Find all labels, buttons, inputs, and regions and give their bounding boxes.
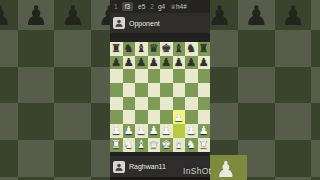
- bg-black-pawn-icon: ♟: [208, 2, 232, 29]
- square-e3[interactable]: [160, 110, 173, 124]
- square-b7[interactable]: ♟: [123, 56, 136, 70]
- bg-square: [54, 67, 91, 104]
- opponent-player-bar[interactable]: Opponent: [110, 13, 210, 33]
- square-a7[interactable]: ♟: [110, 56, 123, 70]
- bg-square: [311, 30, 320, 67]
- square-e2[interactable]: ♟: [160, 124, 173, 138]
- square-d8[interactable]: ♛: [148, 42, 161, 56]
- move-e5[interactable]: e5: [138, 3, 145, 10]
- black-pawn-a7[interactable]: ♟: [111, 57, 121, 68]
- bg-square: [311, 103, 320, 140]
- square-h1[interactable]: ♜: [198, 138, 211, 152]
- spacer: [110, 33, 210, 42]
- bottom-strip: [110, 177, 210, 180]
- bg-square: [0, 67, 18, 104]
- square-a6[interactable]: [110, 69, 123, 83]
- black-pawn-g7[interactable]: ♟: [186, 57, 196, 68]
- white-pawn-h2[interactable]: ♟: [199, 125, 209, 136]
- square-a5[interactable]: [110, 83, 123, 97]
- white-bishop-c1[interactable]: ♝: [136, 139, 146, 150]
- bg-square: [275, 140, 312, 177]
- square-c8[interactable]: ♝: [135, 42, 148, 56]
- bg-square: [311, 177, 320, 180]
- bg-square: [275, 103, 312, 140]
- bg-square: [18, 67, 55, 104]
- bg-highlight-square: ♟: [210, 155, 247, 180]
- bg-square: [18, 177, 55, 180]
- square-c5[interactable]: [135, 83, 148, 97]
- square-h8[interactable]: ♜: [198, 42, 211, 56]
- square-b6[interactable]: [123, 69, 136, 83]
- square-c1[interactable]: ♝: [135, 138, 148, 152]
- square-b8[interactable]: ♞: [123, 42, 136, 56]
- square-a2[interactable]: ♟: [110, 124, 123, 138]
- bg-square: [54, 140, 91, 177]
- square-h5[interactable]: [198, 83, 211, 97]
- square-c4[interactable]: [135, 97, 148, 111]
- square-f8[interactable]: ♝: [173, 42, 186, 56]
- person-icon: [115, 19, 123, 27]
- move-number-2: 2: [150, 3, 154, 10]
- square-g8[interactable]: ♞: [185, 42, 198, 56]
- bg-square: [311, 140, 320, 177]
- square-e7[interactable]: ♟: [160, 56, 173, 70]
- square-e5[interactable]: [160, 83, 173, 97]
- opponent-avatar-icon: [113, 17, 125, 29]
- opponent-name: Opponent: [129, 20, 160, 27]
- square-f3[interactable]: ♟: [173, 110, 186, 124]
- bg-square: [238, 30, 275, 67]
- square-c3[interactable]: [135, 110, 148, 124]
- move-number-1: 1: [114, 3, 118, 10]
- square-g7[interactable]: ♟: [185, 56, 198, 70]
- bg-square: ♟: [54, 0, 91, 30]
- square-b1[interactable]: ♞: [123, 138, 136, 152]
- black-king-e8[interactable]: ♚: [161, 43, 171, 54]
- square-b4[interactable]: [123, 97, 136, 111]
- square-d5[interactable]: [148, 83, 161, 97]
- bg-square: [311, 67, 320, 104]
- square-d2[interactable]: ♟: [148, 124, 161, 138]
- white-pawn-g2[interactable]: ♟: [186, 125, 196, 136]
- bg-black-pawn-icon: ♟: [0, 2, 12, 29]
- inshot-watermark: InShOt: [183, 166, 211, 176]
- black-rook-a8[interactable]: ♜: [111, 43, 121, 54]
- square-g1[interactable]: ♞: [185, 138, 198, 152]
- white-bishop-f1[interactable]: ♝: [174, 139, 184, 150]
- square-b5[interactable]: [123, 83, 136, 97]
- bg-black-pawn-icon: ♟: [24, 2, 48, 29]
- bg-square: [275, 67, 312, 104]
- square-b3[interactable]: [123, 110, 136, 124]
- black-rook-h8[interactable]: ♜: [199, 43, 209, 54]
- square-h2[interactable]: ♟: [198, 124, 211, 138]
- bg-square: ♟: [238, 0, 275, 30]
- chess-board: ♜♞♝♛♚♝♞♜♟♟♟♟♟♟♟♟♟♟♟♟♟♟♟♟♜♞♝♛♚♝♞♜: [110, 42, 210, 152]
- square-g2[interactable]: ♟: [185, 124, 198, 138]
- white-pawn-f3[interactable]: ♟: [174, 112, 184, 123]
- square-c6[interactable]: [135, 69, 148, 83]
- square-g5[interactable]: [185, 83, 198, 97]
- square-e1[interactable]: ♚: [160, 138, 173, 152]
- square-g3[interactable]: [185, 110, 198, 124]
- move-g4[interactable]: g4: [158, 3, 165, 10]
- white-pawn-a2[interactable]: ♟: [111, 125, 121, 136]
- black-queen-d8[interactable]: ♛: [149, 43, 159, 54]
- white-pawn-b2[interactable]: ♟: [124, 125, 134, 136]
- black-knight-b8[interactable]: ♞: [124, 43, 134, 54]
- bg-square: [0, 140, 18, 177]
- square-a1[interactable]: ♜: [110, 138, 123, 152]
- bg-square: [18, 103, 55, 140]
- square-f6[interactable]: [173, 69, 186, 83]
- black-bishop-c8[interactable]: ♝: [136, 43, 146, 54]
- white-knight-b1[interactable]: ♞: [124, 139, 134, 150]
- bg-square: [0, 103, 18, 140]
- square-e4[interactable]: [160, 97, 173, 111]
- square-d7[interactable]: ♟: [148, 56, 161, 70]
- move-f3[interactable]: f3: [122, 2, 133, 11]
- square-g4[interactable]: [185, 97, 198, 111]
- white-pawn-c2[interactable]: ♟: [136, 125, 146, 136]
- bg-square: [238, 67, 275, 104]
- bg-square: ♟: [275, 0, 312, 30]
- black-pawn-h7[interactable]: ♟: [199, 57, 209, 68]
- player-name: Raghwan11: [129, 163, 166, 170]
- square-e6[interactable]: [160, 69, 173, 83]
- bg-square: [18, 140, 55, 177]
- player-avatar-icon: [113, 161, 125, 173]
- square-c7[interactable]: ♟: [135, 56, 148, 70]
- square-a4[interactable]: [110, 97, 123, 111]
- square-h7[interactable]: ♟: [198, 56, 211, 70]
- bg-square: ♟: [18, 0, 55, 30]
- bg-black-pawn-icon: ♟: [61, 2, 85, 29]
- square-h6[interactable]: [198, 69, 211, 83]
- bg-white-pawn-icon: ♟: [216, 157, 236, 180]
- bg-square: ♟: [0, 0, 18, 30]
- black-pawn-f7[interactable]: ♟: [174, 57, 184, 68]
- square-h4[interactable]: [198, 97, 211, 111]
- square-d4[interactable]: [148, 97, 161, 111]
- white-king-e1[interactable]: ♚: [161, 139, 171, 150]
- square-c2[interactable]: ♟: [135, 124, 148, 138]
- square-f1[interactable]: ♝: [173, 138, 186, 152]
- bg-square: [275, 30, 312, 67]
- person-icon: [115, 163, 123, 171]
- white-pawn-d2[interactable]: ♟: [149, 125, 159, 136]
- square-f7[interactable]: ♟: [173, 56, 186, 70]
- bg-square: [0, 30, 18, 67]
- white-rook-h1[interactable]: ♜: [199, 139, 209, 150]
- white-queen-d1[interactable]: ♛: [149, 139, 159, 150]
- bg-square: [275, 177, 312, 180]
- bg-square: ♟: [311, 0, 320, 30]
- square-d1[interactable]: ♛: [148, 138, 161, 152]
- bg-square: [54, 30, 91, 67]
- square-f2[interactable]: [173, 124, 186, 138]
- bg-black-pawn-icon: ♟: [281, 2, 305, 29]
- black-pawn-b7[interactable]: ♟: [124, 57, 134, 68]
- bg-square: [238, 103, 275, 140]
- black-pawn-e7[interactable]: ♟: [161, 57, 171, 68]
- square-h3[interactable]: [198, 110, 211, 124]
- black-bishop-f8[interactable]: ♝: [174, 43, 184, 54]
- black-knight-g8[interactable]: ♞: [186, 43, 196, 54]
- bg-square: [0, 177, 18, 180]
- square-f4[interactable]: [173, 97, 186, 111]
- square-g6[interactable]: [185, 69, 198, 83]
- move-list-bar: 1f3e52g4♕h4#: [110, 0, 210, 13]
- bg-square: [18, 30, 55, 67]
- bg-square: [54, 103, 91, 140]
- black-pawn-c7[interactable]: ♟: [136, 57, 146, 68]
- bg-square: [54, 177, 91, 180]
- white-knight-g1[interactable]: ♞: [186, 139, 196, 150]
- black-pawn-d7[interactable]: ♟: [149, 57, 159, 68]
- square-b2[interactable]: ♟: [123, 124, 136, 138]
- move-♕h4#[interactable]: ♕h4#: [170, 3, 187, 10]
- bg-black-pawn-icon: ♟: [244, 2, 268, 29]
- white-rook-a1[interactable]: ♜: [111, 139, 121, 150]
- square-d6[interactable]: [148, 69, 161, 83]
- square-d3[interactable]: [148, 110, 161, 124]
- square-e8[interactable]: ♚: [160, 42, 173, 56]
- phone-screen: 1f3e52g4♕h4# Opponent ♜♞♝♛♚♝♞♜♟♟♟♟♟♟♟♟♟♟…: [110, 0, 210, 180]
- square-f5[interactable]: [173, 83, 186, 97]
- square-a8[interactable]: ♜: [110, 42, 123, 56]
- square-a3[interactable]: [110, 110, 123, 124]
- white-pawn-e2[interactable]: ♟: [161, 125, 171, 136]
